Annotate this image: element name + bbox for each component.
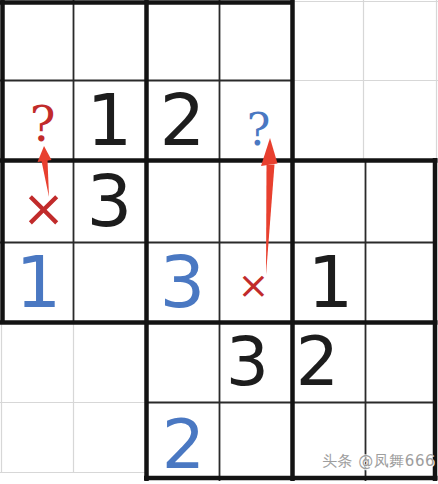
cell-r4c4[interactable]: × [217, 245, 290, 325]
cell-r4c2[interactable] [73, 242, 146, 322]
cell-r3c4[interactable] [219, 160, 292, 242]
cell-r5c4[interactable]: 3 [211, 322, 284, 402]
cell-r2c2[interactable]: 1 [73, 80, 146, 160]
cell-r6c3[interactable]: 2 [147, 405, 220, 484]
board-cells: ?12?×313×1322 [0, 0, 438, 484]
cell-r3c2[interactable]: 3 [73, 160, 146, 242]
cell-r6c4[interactable] [219, 402, 292, 481]
cell-r1c2[interactable] [73, 0, 146, 80]
cell-r3c3[interactable] [146, 160, 219, 242]
puzzle-diagram: ?12?×313×1322 头条 @凤舞666 [0, 0, 438, 484]
cell-r5c6[interactable] [365, 322, 437, 402]
cell-r2c1[interactable]: ? [6, 84, 79, 164]
cell-r3c6[interactable] [365, 160, 437, 242]
cell-r3c1[interactable]: × [7, 167, 80, 249]
cell-r2c3[interactable]: 2 [146, 80, 219, 160]
cell-r1c4[interactable] [219, 0, 292, 80]
cell-r4c1[interactable]: 1 [2, 242, 75, 322]
cell-r1c1[interactable] [0, 0, 73, 80]
cell-r4c5[interactable]: 1 [294, 242, 367, 322]
cell-r3c5[interactable] [292, 160, 365, 242]
watermark: 头条 @凤舞666 [322, 452, 435, 471]
cell-r5c5[interactable]: 2 [281, 322, 354, 402]
cell-r1c3[interactable] [146, 0, 219, 80]
cell-r4c3[interactable]: 3 [146, 242, 219, 322]
cell-r2c4[interactable]: ? [222, 90, 295, 170]
cell-r4c6[interactable] [365, 242, 437, 322]
cell-r5c3[interactable] [146, 322, 219, 402]
